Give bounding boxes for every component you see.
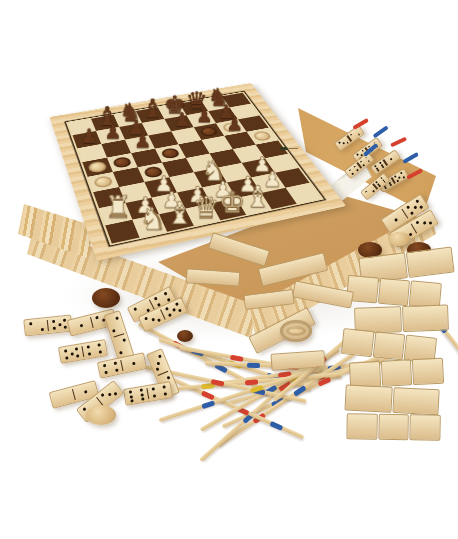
domino-pip: [130, 394, 133, 397]
domino-pip: [428, 221, 432, 225]
tower-block: [341, 328, 374, 357]
domino-pip: [64, 325, 67, 328]
domino-pip: [144, 316, 148, 320]
domino-pip: [367, 160, 370, 163]
domino-pip: [384, 187, 387, 190]
domino-pip: [178, 308, 182, 312]
domino-pip: [372, 190, 375, 193]
domino-pip: [390, 184, 393, 187]
domino-pip: [58, 322, 61, 325]
mikado-band: [247, 362, 260, 367]
domino-pip: [103, 363, 107, 367]
domino-pip: [151, 317, 155, 321]
domino-pip: [70, 351, 73, 354]
domino-pip: [30, 322, 33, 325]
domino-pip: [40, 327, 43, 330]
domino-pip: [362, 164, 365, 167]
domino-pip: [122, 338, 126, 342]
domino-half: [98, 358, 124, 377]
domino-pip: [98, 350, 101, 353]
domino-pip: [139, 388, 142, 391]
domino-pip: [63, 318, 66, 321]
tumbling-tower: [346, 251, 443, 442]
mikado-stick-in-box: [406, 168, 423, 179]
tray-wood-block: [258, 252, 329, 287]
domino: [58, 338, 108, 363]
domino-pip: [413, 205, 417, 209]
tower-block: [372, 331, 405, 360]
domino-pip: [415, 199, 419, 203]
domino-pip: [157, 360, 161, 364]
domino-pip: [342, 142, 345, 145]
domino-pip: [393, 217, 397, 221]
domino-pip: [152, 387, 155, 390]
domino-pip: [351, 173, 354, 176]
domino-pip: [65, 356, 68, 359]
domino-pip: [75, 347, 78, 350]
mikado-band: [201, 390, 215, 400]
dark-draughts-disc-loose: [92, 288, 120, 308]
domino-pip: [53, 326, 56, 329]
domino-pip: [419, 205, 423, 209]
domino-pip: [422, 220, 426, 224]
mikado-stick-in-box: [390, 137, 407, 147]
domino-pip: [348, 169, 351, 172]
domino-pip: [402, 176, 405, 179]
tower-row: [344, 385, 439, 416]
tower-row: [349, 358, 444, 389]
domino-pip: [398, 176, 401, 179]
domino-half: [59, 344, 84, 363]
domino-pip: [100, 392, 104, 396]
domino-pip: [168, 313, 172, 317]
domino-pip: [175, 302, 179, 306]
domino-pip: [378, 185, 381, 188]
light-draughts-disc-loose: [388, 232, 410, 246]
domino-pip: [113, 361, 117, 365]
tower-block: [378, 278, 411, 307]
domino-pip: [353, 166, 356, 169]
dark-draughts-disc-loose: [177, 330, 193, 342]
domino-half: [120, 353, 146, 372]
domino-pip: [400, 173, 403, 176]
domino-pip: [415, 220, 419, 224]
domino-pip: [377, 170, 380, 173]
domino-pip: [163, 292, 167, 296]
tower-block: [378, 414, 409, 441]
domino-half: [124, 386, 149, 405]
domino: [103, 310, 134, 361]
domino-pip: [52, 319, 55, 322]
domino-pip: [88, 351, 91, 354]
domino-pip: [382, 166, 385, 169]
tower-block: [402, 304, 449, 332]
domino-pip: [105, 370, 109, 374]
domino-pip: [357, 133, 360, 136]
tower-block: [344, 385, 392, 413]
domino-pip: [338, 142, 341, 145]
tray-wood-block: [243, 289, 294, 310]
tower-block: [392, 387, 440, 415]
domino-pip: [165, 306, 169, 310]
domino-pip: [383, 181, 386, 184]
light-draughts-disc-loose: [86, 405, 116, 425]
mikado-band: [201, 400, 215, 409]
light-draughts-disc-loose: [280, 320, 312, 342]
domino-pip: [394, 176, 397, 179]
domino-pip: [350, 134, 353, 137]
tower-row: [346, 275, 442, 309]
domino-pip: [364, 191, 367, 194]
domino-pip: [79, 323, 83, 327]
mikado-band: [244, 379, 257, 385]
domino-pip: [141, 397, 144, 400]
domino-pip: [131, 361, 135, 365]
domino-pip: [76, 354, 79, 357]
domino-pip: [356, 154, 359, 157]
domino-pip: [114, 391, 118, 395]
domino-pip: [157, 318, 161, 322]
domino-pip: [155, 367, 159, 371]
domino-pip: [83, 389, 87, 393]
domino-pip: [95, 315, 99, 319]
mikado-stick-in-box: [402, 152, 418, 164]
domino-pip: [115, 316, 119, 320]
domino-pip: [97, 343, 100, 346]
domino-pip: [158, 354, 162, 358]
domino-pip: [112, 328, 116, 332]
domino-pip: [346, 142, 349, 145]
domino-pip: [390, 158, 393, 161]
tower-block: [405, 247, 454, 278]
tower-row: [346, 413, 440, 441]
domino-pip: [134, 307, 138, 311]
domino-pip: [64, 349, 67, 352]
domino-half: [82, 340, 107, 359]
domino-pip: [396, 180, 399, 183]
tower-block: [410, 414, 441, 441]
domino-pip: [87, 345, 90, 348]
domino-pip: [140, 392, 143, 395]
domino-pip: [167, 375, 171, 379]
domino-pip: [163, 392, 166, 395]
mikado-stick-in-box: [373, 125, 389, 138]
tower-block: [346, 413, 377, 440]
domino-pip: [162, 385, 165, 388]
tray-wood-block: [208, 232, 270, 267]
domino-pip: [406, 205, 410, 209]
domino-pip: [153, 393, 156, 396]
tray-wood-block: [292, 280, 354, 308]
domino-pip: [365, 157, 368, 160]
tray-wood-block: [186, 268, 241, 287]
tower-row: [354, 304, 449, 333]
product-photo-scene: ♝♞♝♚♛♞♟♟♟♟♟♟♟♟♟♞♟♜♟♟♟♟♟♟♞♝♛♚♝: [0, 0, 458, 539]
loose-pieces-layer: [0, 0, 458, 539]
domino-pip: [115, 368, 119, 372]
mikado-band: [270, 421, 284, 431]
domino-pip: [129, 390, 132, 393]
domino-pip: [119, 350, 123, 354]
domino-half: [147, 382, 172, 401]
domino-pip: [107, 392, 111, 396]
loose-wood-block: [270, 350, 325, 371]
domino-pip: [410, 211, 414, 215]
tower-block: [412, 358, 444, 386]
domino-pip: [154, 296, 158, 300]
domino-half: [24, 318, 48, 335]
tower-block: [381, 359, 413, 387]
domino: [23, 314, 73, 336]
domino: [123, 380, 173, 405]
domino-pip: [356, 169, 359, 172]
domino-pip: [360, 161, 363, 164]
domino-pip: [131, 398, 134, 401]
domino-pip: [171, 307, 175, 311]
